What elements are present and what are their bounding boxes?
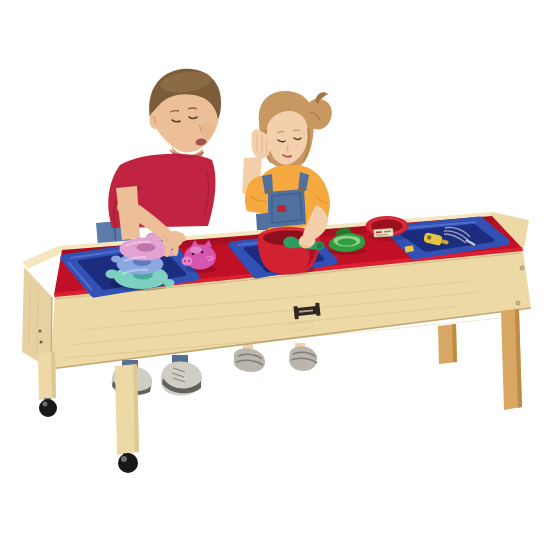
red-pan-sieve [366, 216, 409, 241]
caster-rear-left-highlight [43, 402, 48, 407]
boat-cockpit [338, 239, 357, 246]
green-scoop-end [317, 242, 324, 249]
girl-overalls-button-right [300, 187, 305, 192]
product-photo [0, 0, 550, 550]
screw-bottom-right [516, 301, 520, 305]
ring-pink-hole [137, 243, 156, 251]
left-end-screw-bottom [40, 341, 43, 344]
pig-snout [182, 257, 193, 266]
sensory-table-scene [0, 0, 550, 550]
girl-overalls-hip [256, 213, 268, 231]
caster-rear-left [39, 399, 57, 417]
girl-overalls-tag [277, 205, 286, 212]
boy-cheek-shade [201, 121, 213, 139]
screw-top-right [520, 266, 524, 270]
girl-overalls-button-left [268, 189, 273, 194]
left-end-screw-top [39, 330, 42, 333]
pig-nostril-right [188, 260, 190, 262]
caster-front-left [118, 453, 138, 473]
pig-highlight [190, 247, 202, 254]
pig-nostril-left [184, 260, 186, 262]
caster-front-left-highlight [121, 456, 127, 462]
pan-label [374, 228, 393, 237]
